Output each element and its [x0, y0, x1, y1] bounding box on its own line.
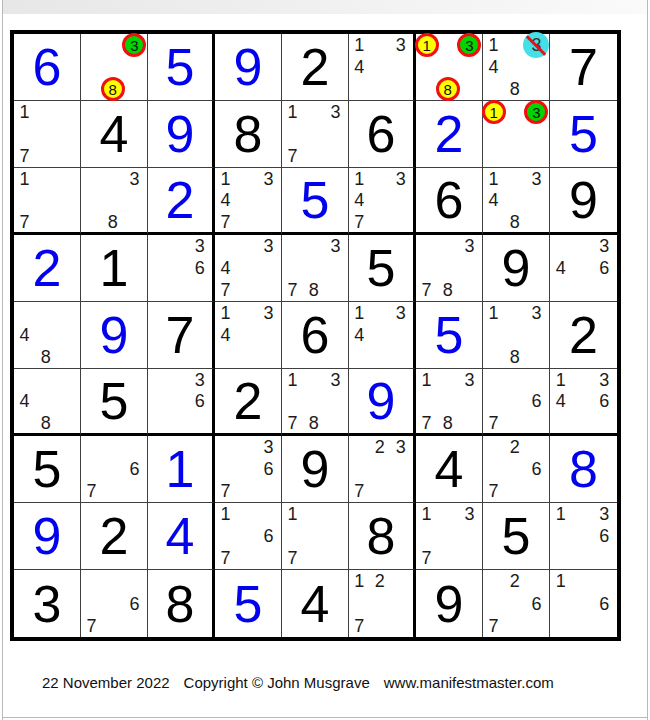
candidate-mark: 4: [354, 58, 364, 76]
candidate-mark: 7: [87, 617, 97, 635]
cell-r3c8[interactable]: 1348: [483, 168, 550, 235]
solved-digit: 5: [215, 570, 281, 637]
candidate-mark: 7: [20, 213, 30, 231]
candidate-mark: 6: [195, 392, 205, 410]
cell-r4c2[interactable]: 1: [81, 235, 148, 302]
candidate-mark: 8: [41, 414, 51, 432]
candidate-mark: 3: [263, 170, 273, 188]
candidate-mark: 3: [263, 304, 273, 322]
cell-r1c6[interactable]: 134: [349, 34, 416, 101]
cell-r9c2[interactable]: 67: [81, 570, 148, 637]
candidate-mark: 6: [599, 595, 609, 613]
footer-copyright: Copyright © John Musgrave: [184, 674, 370, 691]
candidate-mark: 4: [221, 259, 231, 277]
candidate-mark: 6: [263, 460, 273, 478]
candidate-mark: 3: [195, 371, 205, 389]
candidate-mark: 6: [531, 460, 541, 478]
solved-digit: 9: [14, 503, 80, 569]
solved-digit: 2: [416, 101, 482, 167]
cell-r8c7[interactable]: 137: [416, 503, 483, 570]
solved-digit: 2: [148, 168, 212, 232]
yellow-circled-candidate: 1: [415, 33, 439, 57]
given-digit: 5: [14, 436, 80, 502]
footer: 22 November 2022 Copyright © John Musgra…: [42, 672, 554, 692]
candidate-mark: 6: [263, 527, 273, 545]
given-digit: 5: [483, 503, 549, 569]
solved-digit: 5: [550, 101, 617, 167]
cell-r6c8[interactable]: 67: [483, 369, 550, 436]
solved-digit: 2: [14, 235, 80, 301]
given-digit: 9: [550, 168, 617, 232]
given-digit: 9: [416, 570, 482, 637]
cell-r8c4[interactable]: 167: [215, 503, 282, 570]
candidate-mark: 7: [87, 482, 97, 500]
candidate-mark: 8: [309, 414, 319, 432]
candidate-mark: 7: [422, 549, 432, 567]
cell-r1c1[interactable]: 6: [14, 34, 81, 101]
solved-digit: 5: [416, 302, 482, 368]
cell-r6c2[interactable]: 5: [81, 369, 148, 436]
solved-digit: 1: [148, 436, 212, 502]
solved-digit: 9: [215, 34, 281, 100]
cell-r9c1[interactable]: 3: [14, 570, 81, 637]
given-digit: 7: [148, 302, 212, 368]
candidate-mark: 7: [489, 617, 499, 635]
candidate-mark: 1: [556, 371, 566, 389]
cell-r9c4[interactable]: 5: [215, 570, 282, 637]
candidate-mark: 4: [20, 326, 30, 344]
candidate-mark: 4: [221, 191, 231, 209]
cell-r8c9[interactable]: 136: [550, 503, 617, 570]
candidate-mark: 4: [221, 326, 231, 344]
candidate-mark: 3: [599, 505, 609, 523]
cell-r2c2[interactable]: 4: [81, 101, 148, 168]
cell-r9c6[interactable]: 127: [349, 570, 416, 637]
candidate-mark: 3: [396, 304, 406, 322]
cell-r6c7[interactable]: 1378: [416, 369, 483, 436]
green-circled-candidate: 3: [524, 100, 548, 124]
candidate-mark: 8: [510, 80, 520, 98]
eliminated-candidate-highlight: 3: [523, 32, 549, 58]
given-digit: 9: [282, 436, 348, 502]
cell-r7c8[interactable]: 267: [483, 436, 550, 503]
cell-r3c5[interactable]: 5: [282, 168, 349, 235]
candidate-mark: 1: [422, 505, 432, 523]
solved-digit: 4: [148, 503, 212, 569]
candidate-mark: 8: [309, 281, 319, 299]
candidate-mark: 7: [489, 482, 499, 500]
candidate-mark: 3: [464, 237, 474, 255]
candidate-mark: 1: [354, 36, 364, 54]
cell-r5c2[interactable]: 9: [81, 302, 148, 369]
candidate-mark: 3: [330, 103, 340, 121]
candidate-mark: 1: [489, 304, 499, 322]
given-digit: 2: [215, 369, 281, 433]
candidate-mark: 1: [556, 505, 566, 523]
cell-r4c8[interactable]: 9: [483, 235, 550, 302]
page: 6385921341381483717498137621351738213475…: [0, 0, 650, 720]
given-digit: 5: [81, 369, 147, 433]
candidate-mark: 4: [354, 191, 364, 209]
cell-r6c5[interactable]: 1378: [282, 369, 349, 436]
cell-r7c7[interactable]: 4: [416, 436, 483, 503]
given-digit: 8: [148, 570, 212, 637]
cell-r7c9[interactable]: 8: [550, 436, 617, 503]
candidate-mark: 7: [288, 147, 298, 165]
candidate-mark: 8: [108, 213, 118, 231]
candidate-mark: 7: [288, 549, 298, 567]
cell-r7c4[interactable]: 367: [215, 436, 282, 503]
candidate-mark: 6: [599, 392, 609, 410]
window-top-bar: [3, 0, 647, 14]
candidate-mark: 2: [375, 438, 385, 456]
cell-r1c8[interactable]: 1483: [483, 34, 550, 101]
cell-r4c3[interactable]: 36: [148, 235, 215, 302]
footer-website[interactable]: www.manifestmaster.com: [384, 674, 554, 691]
cell-r7c6[interactable]: 237: [349, 436, 416, 503]
candidate-mark: 4: [489, 58, 499, 76]
candidate-mark: 8: [41, 348, 51, 366]
cell-r7c3[interactable]: 1: [148, 436, 215, 503]
candidate-mark: 6: [531, 392, 541, 410]
cell-r1c5[interactable]: 2: [282, 34, 349, 101]
candidate-mark: 1: [20, 170, 30, 188]
candidate-mark: 6: [599, 527, 609, 545]
candidate-mark: 7: [221, 549, 231, 567]
candidate-mark: 7: [221, 281, 231, 299]
cell-r1c7[interactable]: 138: [416, 34, 483, 101]
candidate-mark: 1: [354, 304, 364, 322]
cell-r1c3[interactable]: 5: [148, 34, 215, 101]
cell-r9c9[interactable]: 16: [550, 570, 617, 637]
candidate-mark: 1: [556, 572, 566, 590]
candidate-mark: 7: [354, 617, 364, 635]
candidate-mark: 8: [510, 213, 520, 231]
cell-r8c1[interactable]: 9: [14, 503, 81, 570]
cell-r4c7[interactable]: 378: [416, 235, 483, 302]
footer-date: 22 November 2022: [42, 674, 170, 691]
cell-r5c6[interactable]: 134: [349, 302, 416, 369]
cell-r9c5[interactable]: 4: [282, 570, 349, 637]
candidate-mark: 1: [20, 103, 30, 121]
candidate-mark: 4: [556, 259, 566, 277]
given-digit: 8: [215, 101, 281, 167]
candidate-mark: 7: [489, 414, 499, 432]
given-digit: 8: [349, 503, 413, 569]
candidate-mark: 1: [489, 36, 499, 54]
cell-r4c9[interactable]: 346: [550, 235, 617, 302]
candidate-mark: 2: [510, 438, 520, 456]
cell-r8c8[interactable]: 5: [483, 503, 550, 570]
candidate-mark: 3: [330, 237, 340, 255]
cell-r6c9[interactable]: 1346: [550, 369, 617, 436]
candidate-mark: 1: [221, 170, 231, 188]
candidate-mark: 4: [556, 392, 566, 410]
cell-r6c6[interactable]: 9: [349, 369, 416, 436]
cell-r7c2[interactable]: 67: [81, 436, 148, 503]
candidate-mark: 2: [375, 572, 385, 590]
cell-r3c1[interactable]: 17: [14, 168, 81, 235]
yellow-circled-candidate: 8: [101, 77, 125, 101]
candidate-mark: 7: [354, 482, 364, 500]
cell-r3c2[interactable]: 38: [81, 168, 148, 235]
cell-r1c4[interactable]: 9: [215, 34, 282, 101]
candidate-mark: 7: [288, 281, 298, 299]
cell-r5c1[interactable]: 48: [14, 302, 81, 369]
given-digit: 6: [282, 302, 348, 368]
given-digit: 4: [282, 570, 348, 637]
cell-r2c1[interactable]: 17: [14, 101, 81, 168]
candidate-mark: 7: [354, 213, 364, 231]
given-digit: 1: [81, 235, 147, 301]
cell-r9c3[interactable]: 8: [148, 570, 215, 637]
given-digit: 9: [483, 235, 549, 301]
candidate-mark: 3: [263, 237, 273, 255]
given-digit: 4: [81, 101, 147, 167]
candidate-mark: 7: [221, 213, 231, 231]
sudoku-board: 6385921341381483717498137621351738213475…: [10, 30, 621, 641]
given-digit: 2: [81, 503, 147, 569]
cell-r5c5[interactable]: 6: [282, 302, 349, 369]
candidate-mark: 6: [599, 259, 609, 277]
yellow-circled-candidate: 8: [436, 77, 460, 101]
cell-r3c3[interactable]: 2: [148, 168, 215, 235]
candidate-mark: 1: [354, 170, 364, 188]
candidate-mark: 1: [288, 371, 298, 389]
given-digit: 7: [550, 34, 617, 100]
solved-digit: 8: [550, 436, 617, 502]
cell-r3c6[interactable]: 1347: [349, 168, 416, 235]
candidate-mark: 1: [221, 505, 231, 523]
cell-r9c7[interactable]: 9: [416, 570, 483, 637]
cell-r5c7[interactable]: 5: [416, 302, 483, 369]
solved-digit: 9: [81, 302, 147, 368]
cell-r1c2[interactable]: 38: [81, 34, 148, 101]
given-digit: 4: [416, 436, 482, 502]
solved-digit: 9: [349, 369, 413, 433]
green-circled-candidate: 3: [122, 33, 146, 57]
solved-digit: 5: [148, 34, 212, 100]
cell-r2c6[interactable]: 6: [349, 101, 416, 168]
candidate-mark: 3: [531, 304, 541, 322]
candidate-mark: 3: [599, 237, 609, 255]
candidate-mark: 3: [129, 170, 139, 188]
cell-r2c7[interactable]: 2: [416, 101, 483, 168]
candidate-mark: 8: [510, 348, 520, 366]
given-digit: 5: [349, 235, 413, 301]
cell-r4c1[interactable]: 2: [14, 235, 81, 302]
candidate-mark: 3: [263, 438, 273, 456]
cell-r5c9[interactable]: 2: [550, 302, 617, 369]
cell-r7c5[interactable]: 9: [282, 436, 349, 503]
candidate-mark: 8: [443, 414, 453, 432]
candidate-mark: 6: [531, 595, 541, 613]
candidate-mark: 3: [396, 170, 406, 188]
candidate-mark: 4: [354, 326, 364, 344]
candidate-mark: 1: [354, 572, 364, 590]
window-edge-right: [647, 0, 648, 720]
candidate-mark: 8: [443, 281, 453, 299]
cell-r2c5[interactable]: 137: [282, 101, 349, 168]
cell-r2c4[interactable]: 8: [215, 101, 282, 168]
given-digit: 6: [349, 101, 413, 167]
cell-r2c3[interactable]: 9: [148, 101, 215, 168]
given-digit: 2: [282, 34, 348, 100]
candidate-mark: 3: [464, 505, 474, 523]
cell-r6c3[interactable]: 36: [148, 369, 215, 436]
cell-r4c6[interactable]: 5: [349, 235, 416, 302]
cell-r8c3[interactable]: 4: [148, 503, 215, 570]
candidate-mark: 3: [464, 371, 474, 389]
cell-r6c1[interactable]: 48: [14, 369, 81, 436]
candidate-mark: 1: [422, 371, 432, 389]
window-edge-bottom: [2, 717, 648, 718]
cell-r3c7[interactable]: 6: [416, 168, 483, 235]
given-digit: 6: [416, 168, 482, 232]
cell-r8c2[interactable]: 2: [81, 503, 148, 570]
candidate-mark: 4: [20, 392, 30, 410]
cell-r1c9[interactable]: 7: [550, 34, 617, 101]
candidate-mark: 7: [422, 281, 432, 299]
cell-r2c9[interactable]: 5: [550, 101, 617, 168]
green-circled-candidate: 3: [457, 33, 481, 57]
solved-digit: 6: [14, 34, 80, 100]
candidate-mark: 7: [422, 414, 432, 432]
candidate-mark: 2: [510, 572, 520, 590]
given-digit: 2: [550, 302, 617, 368]
candidate-mark: 6: [195, 259, 205, 277]
candidate-mark: 6: [129, 595, 139, 613]
candidate-mark: 3: [531, 170, 541, 188]
candidate-mark: 3: [396, 36, 406, 54]
cell-r7c1[interactable]: 5: [14, 436, 81, 503]
candidate-mark: 1: [288, 103, 298, 121]
candidate-mark: 7: [288, 414, 298, 432]
cell-r9c8[interactable]: 267: [483, 570, 550, 637]
candidate-mark: 3: [195, 237, 205, 255]
cell-r5c4[interactable]: 134: [215, 302, 282, 369]
candidate-mark: 1: [288, 505, 298, 523]
cell-r8c6[interactable]: 8: [349, 503, 416, 570]
window-edge-left: [2, 0, 3, 720]
candidate-mark: 4: [489, 191, 499, 209]
solved-digit: 5: [282, 168, 348, 232]
given-digit: 3: [14, 570, 80, 637]
cell-r8c5[interactable]: 17: [282, 503, 349, 570]
cell-r3c9[interactable]: 9: [550, 168, 617, 235]
cell-r4c4[interactable]: 347: [215, 235, 282, 302]
cell-r5c3[interactable]: 7: [148, 302, 215, 369]
solved-digit: 9: [148, 101, 212, 167]
cell-r4c5[interactable]: 378: [282, 235, 349, 302]
yellow-circled-candidate: 1: [482, 100, 506, 124]
candidate-mark: 7: [20, 147, 30, 165]
cell-r6c4[interactable]: 2: [215, 369, 282, 436]
candidate-mark: 3: [599, 371, 609, 389]
cell-r2c8[interactable]: 13: [483, 101, 550, 168]
candidate-mark: 7: [221, 482, 231, 500]
cell-r3c4[interactable]: 1347: [215, 168, 282, 235]
candidate-mark: 3: [396, 438, 406, 456]
candidate-mark: 3: [330, 371, 340, 389]
candidate-mark: 6: [129, 460, 139, 478]
candidate-mark: 1: [221, 304, 231, 322]
candidate-mark: 1: [489, 170, 499, 188]
cell-r5c8[interactable]: 138: [483, 302, 550, 369]
